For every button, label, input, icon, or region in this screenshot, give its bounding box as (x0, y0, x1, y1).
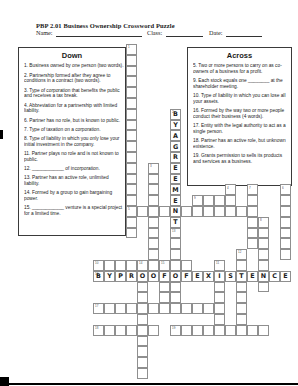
crossword-cell[interactable]: E (280, 271, 291, 282)
crossword-cell[interactable]: 6 (280, 184, 291, 195)
crossword-cell[interactable] (203, 206, 214, 217)
prefilled-letter: E (171, 175, 180, 184)
crossword-cell[interactable] (126, 325, 137, 336)
crossword-cell[interactable]: 8 (258, 217, 269, 228)
clue-number: 12 (238, 250, 241, 253)
crossword-cell[interactable]: E (247, 271, 258, 282)
crossword-cell[interactable] (159, 292, 170, 303)
prefilled-letter: R (127, 272, 136, 281)
crossword-cell[interactable]: R (170, 152, 181, 163)
crossword-cell[interactable] (258, 228, 269, 239)
crossword-cell[interactable] (126, 141, 137, 152)
crossword-cell[interactable] (126, 130, 137, 141)
crossword-cell[interactable] (258, 238, 269, 249)
prefilled-letter: R (171, 153, 180, 162)
crossword-cell[interactable] (214, 282, 225, 293)
crossword-cell[interactable] (148, 238, 159, 249)
crossword-cell[interactable] (159, 282, 170, 293)
crossword-cell[interactable] (192, 206, 203, 217)
crossword-cell[interactable] (247, 238, 258, 249)
scan-mark-corner (0, 377, 9, 386)
prefilled-letter: E (193, 272, 202, 281)
crossword-cell[interactable]: P (115, 271, 126, 282)
crossword-cell[interactable] (104, 303, 115, 314)
prefilled-letter: O (138, 272, 147, 281)
crossword-cell[interactable] (126, 87, 137, 98)
crossword-cell[interactable] (192, 303, 203, 314)
scan-mark-left (0, 130, 3, 139)
crossword-cell[interactable] (115, 303, 126, 314)
crossword-cell[interactable] (126, 228, 137, 239)
crossword-cell[interactable] (280, 238, 291, 249)
crossword-cell[interactable] (159, 303, 170, 314)
clue-number: 9 (194, 196, 196, 199)
crossword-cell[interactable] (126, 195, 137, 206)
crossword-cell[interactable] (236, 292, 247, 303)
prefilled-letter: B (171, 110, 180, 119)
crossword-cell[interactable]: 18 (93, 325, 104, 336)
crossword-cell[interactable] (126, 98, 137, 109)
crossword-cell[interactable] (247, 228, 258, 239)
crossword-cell[interactable]: G (170, 141, 181, 152)
crossword-cell[interactable] (126, 66, 137, 77)
crossword-cell[interactable]: 15 (159, 260, 170, 271)
crossword-cell[interactable]: E (170, 163, 181, 174)
crossword-cell[interactable] (280, 249, 291, 260)
crossword-cell[interactable]: 1 (126, 44, 137, 55)
crossword-cell[interactable] (280, 195, 291, 206)
crossword-cell[interactable] (104, 325, 115, 336)
clue-number: 7 (249, 186, 251, 189)
crossword-cell[interactable] (280, 217, 291, 228)
crossword-cell[interactable] (137, 346, 148, 357)
clue-number: 18 (95, 326, 98, 329)
crossword-cell[interactable]: 5 (126, 206, 137, 217)
crossword-cell[interactable] (203, 325, 214, 336)
crossword-cell[interactable] (148, 206, 159, 217)
crossword-cell[interactable] (181, 303, 192, 314)
crossword-cell[interactable] (170, 249, 181, 260)
prefilled-letter: N (171, 207, 180, 216)
crossword-cell[interactable] (236, 260, 247, 271)
crossword-cell[interactable]: 14 (137, 260, 148, 271)
crossword-cell[interactable]: R (126, 271, 137, 282)
prefilled-letter: T (237, 272, 246, 281)
crossword-cell[interactable]: 3 (148, 163, 159, 174)
crossword-cell[interactable] (214, 314, 225, 325)
clue-number: 1 (128, 45, 130, 48)
crossword-cell[interactable] (236, 282, 247, 293)
crossword-cell[interactable]: F (159, 271, 170, 282)
crossword-cell[interactable] (126, 152, 137, 163)
crossword-cell[interactable] (203, 303, 214, 314)
crossword-cell[interactable]: T (170, 217, 181, 228)
crossword-cell[interactable] (137, 314, 148, 325)
crossword-cell[interactable] (214, 292, 225, 303)
crossword-cell[interactable] (137, 336, 148, 347)
crossword-cell[interactable]: 13 (170, 228, 181, 239)
prefilled-letter: E (248, 272, 257, 281)
crossword-cell[interactable]: O (170, 271, 181, 282)
crossword-cell[interactable]: 19 (170, 325, 181, 336)
crossword-cell[interactable] (214, 206, 225, 217)
clue-number: 3 (150, 164, 152, 167)
prefilled-letter: O (171, 272, 180, 281)
prefilled-letter: M (171, 185, 180, 194)
crossword-cell[interactable] (236, 314, 247, 325)
crossword-cell[interactable] (159, 206, 170, 217)
crossword-cell[interactable] (170, 238, 181, 249)
crossword-cell[interactable] (115, 260, 126, 271)
crossword-cell[interactable]: 7 (247, 184, 258, 195)
crossword-cell[interactable] (258, 249, 269, 260)
crossword-cell[interactable] (225, 206, 236, 217)
crossword-cell[interactable]: N (170, 206, 181, 217)
crossword-cell[interactable] (247, 217, 258, 228)
crossword-cell[interactable] (148, 249, 159, 260)
prefilled-letter: F (182, 272, 191, 281)
crossword-cell[interactable]: 2B (170, 109, 181, 120)
prefilled-letter: T (171, 218, 180, 227)
clue-number: 6 (282, 186, 284, 189)
crossword-cell[interactable] (148, 195, 159, 206)
crossword-cell[interactable]: I (214, 271, 225, 282)
crossword-cell[interactable] (225, 325, 236, 336)
crossword-cell[interactable] (137, 325, 148, 336)
prefilled-letter: Y (171, 121, 180, 130)
crossword-cell[interactable] (225, 195, 236, 206)
crossword-cell[interactable] (148, 174, 159, 185)
crossword-cell[interactable]: E (170, 174, 181, 185)
crossword-grid: 12BYAGR3EEM476E95NT813121014151116BYPROO… (0, 0, 298, 386)
crossword-cell[interactable] (236, 303, 247, 314)
crossword-cell[interactable] (258, 260, 269, 271)
crossword-cell[interactable] (258, 282, 269, 293)
crossword-cell[interactable] (247, 206, 258, 217)
crossword-cell[interactable]: 16B (93, 271, 104, 282)
crossword-cell[interactable] (247, 325, 258, 336)
crossword-cell[interactable]: A (170, 130, 181, 141)
prefilled-letter: N (259, 272, 268, 281)
crossword-cell[interactable] (137, 357, 148, 368)
crossword-cell[interactable] (170, 292, 181, 303)
crossword-cell[interactable]: S (225, 271, 236, 282)
crossword-cell[interactable] (236, 325, 247, 336)
crossword-cell[interactable] (170, 282, 181, 293)
crossword-cell[interactable] (126, 109, 137, 120)
crossword-cell[interactable] (170, 303, 181, 314)
scan-mark-bottom (0, 383, 298, 385)
clue-number: 11 (216, 261, 219, 264)
crossword-cell[interactable]: 11 (214, 260, 225, 271)
crossword-cell[interactable] (148, 260, 159, 271)
crossword-cell[interactable] (126, 303, 137, 314)
crossword-cell[interactable] (148, 217, 159, 228)
prefilled-letter: S (226, 272, 235, 281)
crossword-cell[interactable]: 12 (236, 249, 247, 260)
crossword-cell[interactable] (137, 206, 148, 217)
crossword-cell[interactable] (126, 76, 137, 87)
crossword-cell[interactable]: M (170, 184, 181, 195)
prefilled-letter: F (160, 272, 169, 281)
crossword-cell[interactable]: X (203, 271, 214, 282)
crossword-cell[interactable] (126, 217, 137, 228)
crossword-cell[interactable] (126, 260, 137, 271)
prefilled-letter: A (171, 131, 180, 140)
crossword-cell[interactable] (126, 174, 137, 185)
crossword-cell[interactable] (137, 368, 148, 379)
crossword-cell[interactable] (192, 325, 203, 336)
crossword-cell[interactable] (214, 325, 225, 336)
crossword-cell[interactable]: 9 (192, 195, 203, 206)
worksheet-page: PBP 2.01 Business Ownership Crossword Pu… (0, 0, 298, 386)
crossword-cell[interactable] (280, 206, 291, 217)
clue-number: 14 (139, 261, 142, 264)
prefilled-letter: C (270, 272, 279, 281)
clue-number: 13 (172, 229, 175, 232)
crossword-cell[interactable] (137, 292, 148, 303)
clue-number: 15 (161, 261, 164, 264)
crossword-cell[interactable]: Y (104, 271, 115, 282)
crossword-cell[interactable] (126, 120, 137, 131)
crossword-cell[interactable]: F (181, 271, 192, 282)
crossword-cell[interactable]: Y (170, 120, 181, 131)
crossword-cell[interactable]: T (236, 271, 247, 282)
prefilled-letter: B (94, 272, 103, 281)
crossword-cell[interactable] (126, 163, 137, 174)
clue-number: 4 (227, 186, 229, 189)
crossword-cell[interactable] (170, 260, 181, 271)
crossword-cell[interactable] (137, 303, 148, 314)
crossword-cell[interactable]: O (137, 271, 148, 282)
crossword-cell[interactable] (181, 206, 192, 217)
crossword-cell[interactable] (126, 184, 137, 195)
crossword-cell[interactable]: C (269, 271, 280, 282)
crossword-cell[interactable] (115, 325, 126, 336)
crossword-cell[interactable] (214, 195, 225, 206)
crossword-cell[interactable] (181, 325, 192, 336)
crossword-cell[interactable] (104, 260, 115, 271)
crossword-cell[interactable] (148, 303, 159, 314)
crossword-cell[interactable] (203, 195, 214, 206)
crossword-cell[interactable]: 10 (93, 260, 104, 271)
crossword-cell[interactable]: O (148, 271, 159, 282)
crossword-cell[interactable]: E (170, 195, 181, 206)
crossword-cell[interactable]: N (258, 271, 269, 282)
clue-number: 10 (95, 261, 98, 264)
prefilled-letter: G (171, 142, 180, 151)
prefilled-letter: I (215, 272, 224, 281)
clue-number: 19 (172, 326, 175, 329)
crossword-cell[interactable] (236, 206, 247, 217)
crossword-cell[interactable] (214, 303, 225, 314)
prefilled-letter: E (171, 196, 180, 205)
clue-number: 5 (128, 207, 130, 210)
prefilled-letter: E (171, 164, 180, 173)
clue-number: 17 (95, 304, 98, 307)
crossword-cell[interactable]: 4 (225, 184, 236, 195)
crossword-cell[interactable]: 17 (93, 303, 104, 314)
crossword-cell[interactable] (148, 184, 159, 195)
prefilled-letter: X (204, 272, 213, 281)
crossword-cell[interactable] (247, 195, 258, 206)
crossword-cell[interactable] (258, 325, 269, 336)
crossword-cell[interactable] (137, 282, 148, 293)
crossword-cell[interactable] (148, 228, 159, 239)
prefilled-letter: Y (105, 272, 114, 281)
prefilled-letter: E (281, 272, 290, 281)
crossword-cell[interactable] (126, 55, 137, 66)
crossword-cell[interactable] (280, 228, 291, 239)
crossword-cell[interactable]: E (192, 271, 203, 282)
crossword-cell[interactable] (181, 260, 192, 271)
clue-number: 8 (260, 218, 262, 221)
prefilled-letter: P (116, 272, 125, 281)
prefilled-letter: O (149, 272, 158, 281)
crossword-cell[interactable] (148, 325, 159, 336)
